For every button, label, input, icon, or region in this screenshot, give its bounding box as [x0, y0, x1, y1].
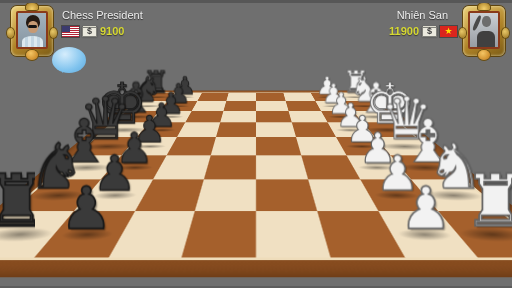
piece-black-r-a8[interactable]: ♜: [0, 166, 49, 238]
square-b4[interactable]: [256, 179, 317, 211]
money-icon: $: [422, 26, 437, 38]
square-d6[interactable]: [166, 137, 216, 155]
frame-scroll-icon: [502, 28, 509, 38]
square-f4[interactable]: [256, 111, 292, 123]
chat-bubble-icon[interactable]: [52, 47, 86, 73]
avatar-shirt: [22, 36, 43, 48]
piece-white-r-a1[interactable]: ♜: [463, 166, 512, 238]
left-player-photo: [16, 11, 48, 49]
square-g6[interactable]: [191, 101, 226, 111]
avatar-arm: [472, 15, 482, 31]
frame-scroll-icon: [50, 28, 57, 38]
square-f5[interactable]: [220, 111, 256, 123]
square-h6[interactable]: [197, 93, 229, 101]
square-h4[interactable]: [256, 93, 286, 101]
right-player-money-row: 11900 $ ★: [389, 25, 457, 38]
square-f6[interactable]: [185, 111, 224, 123]
left-player-name: Chess President: [62, 9, 143, 21]
square-g5[interactable]: [224, 101, 256, 111]
square-e6[interactable]: [177, 123, 221, 137]
square-e4[interactable]: [256, 123, 296, 137]
chess-game-screen: ♜♟♟♜♞♟♟♞♝♟♟♝♚♟♟♚♛♟♟♛♝♟♟♝♞♟♟♞♜♟♟♜ Chess P…: [0, 0, 512, 288]
left-player-money-row: $ 9100: [62, 25, 124, 38]
square-c5[interactable]: [204, 155, 256, 179]
left-player-avatar[interactable]: [8, 4, 56, 58]
vietnam-flag-icon: ★: [440, 26, 457, 37]
money-icon: $: [82, 26, 97, 38]
letterbox-top: [0, 0, 512, 3]
avatar-body: [477, 31, 494, 48]
square-h5[interactable]: [226, 93, 256, 101]
square-b5[interactable]: [195, 179, 256, 211]
chess-board[interactable]: ♜♟♟♜♞♟♟♞♝♟♟♝♚♟♟♚♛♟♟♛♝♟♟♝♞♟♟♞♜♟♟♜: [0, 90, 512, 277]
right-player-photo: [468, 11, 500, 49]
square-d4[interactable]: [256, 137, 301, 155]
square-d5[interactable]: [211, 137, 256, 155]
frame-medallion-icon: [478, 50, 490, 60]
frame-medallion-icon: [26, 50, 38, 60]
avatar-sunglasses: [28, 25, 37, 28]
frame-crest-icon: [26, 3, 38, 10]
avatar-head: [482, 16, 490, 26]
star-icon: ★: [444, 27, 452, 36]
right-player-name: Nhiên San: [397, 9, 448, 21]
frame-crest-icon: [478, 3, 490, 10]
square-a5[interactable]: [182, 211, 256, 257]
us-flag-icon: [62, 26, 79, 37]
board-scene: ♜♟♟♜♞♟♟♞♝♟♟♝♚♟♟♚♛♟♟♛♝♟♟♝♞♟♟♞♜♟♟♜: [0, 0, 512, 288]
right-player-coins: 11900: [389, 26, 419, 37]
square-g4[interactable]: [256, 101, 288, 111]
piece-black-p-a7[interactable]: ♟: [59, 179, 111, 237]
square-e5[interactable]: [216, 123, 256, 137]
square-c4[interactable]: [256, 155, 308, 179]
right-player-avatar[interactable]: [460, 4, 508, 58]
left-player-coins: 9100: [100, 26, 124, 37]
piece-white-p-a2[interactable]: ♟: [400, 179, 452, 237]
